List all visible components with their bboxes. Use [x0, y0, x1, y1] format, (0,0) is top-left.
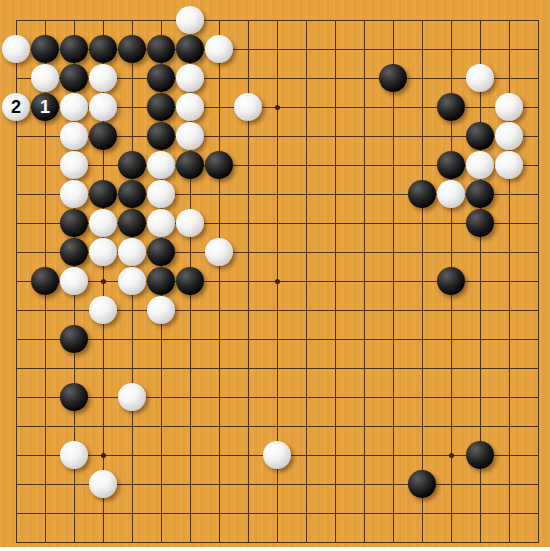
intersection[interactable] — [234, 64, 263, 93]
intersection[interactable] — [379, 180, 408, 209]
intersection[interactable] — [234, 267, 263, 296]
intersection[interactable] — [466, 441, 495, 470]
black-stone[interactable] — [31, 35, 59, 63]
intersection[interactable] — [350, 354, 379, 383]
intersection[interactable] — [263, 441, 292, 470]
intersection[interactable] — [205, 209, 234, 238]
black-stone[interactable] — [147, 238, 175, 266]
intersection[interactable] — [2, 470, 31, 499]
intersection[interactable] — [524, 383, 550, 412]
white-stone[interactable] — [60, 180, 88, 208]
intersection[interactable] — [31, 122, 60, 151]
intersection[interactable] — [205, 499, 234, 528]
intersection[interactable] — [2, 238, 31, 267]
intersection[interactable] — [89, 151, 118, 180]
intersection[interactable] — [31, 296, 60, 325]
intersection[interactable] — [2, 122, 31, 151]
intersection[interactable] — [292, 383, 321, 412]
intersection[interactable] — [2, 499, 31, 528]
black-stone[interactable] — [379, 64, 407, 92]
intersection[interactable] — [495, 122, 524, 151]
intersection[interactable] — [408, 180, 437, 209]
intersection[interactable] — [263, 180, 292, 209]
intersection[interactable] — [234, 499, 263, 528]
intersection[interactable] — [292, 470, 321, 499]
intersection[interactable] — [89, 180, 118, 209]
intersection[interactable] — [205, 325, 234, 354]
black-stone[interactable] — [466, 180, 494, 208]
white-stone[interactable] — [60, 122, 88, 150]
black-stone[interactable] — [466, 441, 494, 469]
black-stone[interactable] — [60, 64, 88, 92]
intersection[interactable] — [437, 528, 466, 548]
intersection[interactable] — [350, 470, 379, 499]
intersection[interactable] — [118, 412, 147, 441]
intersection[interactable] — [176, 180, 205, 209]
intersection[interactable] — [89, 412, 118, 441]
intersection[interactable] — [292, 354, 321, 383]
intersection[interactable] — [466, 528, 495, 548]
black-stone[interactable] — [118, 35, 146, 63]
intersection[interactable] — [379, 470, 408, 499]
intersection[interactable] — [118, 6, 147, 35]
intersection[interactable] — [495, 441, 524, 470]
white-stone[interactable] — [437, 180, 465, 208]
black-stone[interactable]: 1 — [31, 93, 59, 121]
intersection[interactable] — [466, 93, 495, 122]
intersection[interactable] — [147, 6, 176, 35]
intersection[interactable] — [408, 35, 437, 64]
intersection[interactable] — [234, 122, 263, 151]
intersection[interactable] — [89, 499, 118, 528]
intersection[interactable] — [2, 325, 31, 354]
intersection[interactable] — [205, 122, 234, 151]
intersection[interactable] — [321, 6, 350, 35]
intersection[interactable] — [524, 412, 550, 441]
intersection[interactable] — [437, 383, 466, 412]
intersection[interactable] — [263, 209, 292, 238]
black-stone[interactable] — [147, 35, 175, 63]
intersection[interactable] — [321, 267, 350, 296]
intersection[interactable] — [205, 470, 234, 499]
intersection[interactable] — [31, 267, 60, 296]
intersection[interactable] — [89, 64, 118, 93]
intersection[interactable] — [234, 35, 263, 64]
white-stone[interactable] — [118, 267, 146, 295]
intersection[interactable] — [379, 35, 408, 64]
intersection[interactable] — [2, 441, 31, 470]
intersection[interactable] — [263, 412, 292, 441]
intersection[interactable] — [31, 412, 60, 441]
intersection[interactable] — [234, 470, 263, 499]
intersection[interactable] — [408, 6, 437, 35]
white-stone[interactable] — [89, 64, 117, 92]
intersection[interactable] — [408, 499, 437, 528]
intersection[interactable]: 1 — [31, 93, 60, 122]
white-stone[interactable] — [495, 151, 523, 179]
intersection[interactable] — [60, 35, 89, 64]
black-stone[interactable] — [60, 35, 88, 63]
intersection[interactable] — [60, 383, 89, 412]
intersection[interactable] — [495, 35, 524, 64]
intersection[interactable] — [321, 499, 350, 528]
intersection[interactable] — [263, 93, 292, 122]
white-stone[interactable] — [495, 122, 523, 150]
intersection[interactable] — [147, 267, 176, 296]
intersection[interactable] — [60, 296, 89, 325]
intersection[interactable] — [495, 209, 524, 238]
black-stone[interactable] — [408, 180, 436, 208]
black-stone[interactable] — [147, 93, 175, 121]
intersection[interactable] — [292, 325, 321, 354]
intersection[interactable] — [205, 93, 234, 122]
intersection[interactable] — [176, 93, 205, 122]
intersection[interactable] — [321, 209, 350, 238]
white-stone[interactable] — [89, 209, 117, 237]
intersection[interactable] — [350, 180, 379, 209]
intersection[interactable] — [60, 470, 89, 499]
intersection[interactable] — [350, 267, 379, 296]
intersection[interactable] — [205, 35, 234, 64]
intersection[interactable] — [60, 209, 89, 238]
white-stone[interactable] — [31, 64, 59, 92]
intersection[interactable] — [89, 528, 118, 548]
intersection[interactable] — [350, 441, 379, 470]
intersection[interactable] — [408, 441, 437, 470]
intersection[interactable] — [466, 35, 495, 64]
black-stone[interactable] — [118, 209, 146, 237]
intersection[interactable] — [495, 354, 524, 383]
intersection[interactable] — [292, 6, 321, 35]
intersection[interactable] — [118, 238, 147, 267]
intersection[interactable] — [437, 238, 466, 267]
intersection[interactable] — [379, 296, 408, 325]
intersection[interactable] — [176, 354, 205, 383]
intersection[interactable] — [205, 528, 234, 548]
intersection[interactable] — [437, 35, 466, 64]
white-stone[interactable] — [205, 35, 233, 63]
intersection[interactable] — [524, 6, 550, 35]
intersection[interactable] — [60, 325, 89, 354]
intersection[interactable] — [118, 470, 147, 499]
intersection[interactable] — [495, 267, 524, 296]
intersection[interactable] — [60, 238, 89, 267]
intersection[interactable] — [524, 267, 550, 296]
intersection[interactable] — [2, 528, 31, 548]
intersection[interactable] — [379, 528, 408, 548]
intersection[interactable] — [147, 35, 176, 64]
intersection[interactable] — [437, 499, 466, 528]
intersection[interactable] — [466, 180, 495, 209]
intersection[interactable] — [466, 354, 495, 383]
intersection[interactable] — [524, 354, 550, 383]
intersection[interactable] — [321, 180, 350, 209]
intersection[interactable] — [437, 209, 466, 238]
intersection[interactable] — [321, 296, 350, 325]
intersection[interactable] — [292, 528, 321, 548]
intersection[interactable] — [89, 470, 118, 499]
intersection[interactable] — [205, 296, 234, 325]
intersection[interactable] — [379, 383, 408, 412]
intersection[interactable] — [350, 528, 379, 548]
white-stone[interactable] — [60, 267, 88, 295]
intersection[interactable] — [437, 151, 466, 180]
intersection[interactable] — [350, 6, 379, 35]
intersection[interactable] — [379, 122, 408, 151]
white-stone[interactable] — [466, 64, 494, 92]
intersection[interactable] — [89, 441, 118, 470]
intersection[interactable] — [292, 151, 321, 180]
black-stone[interactable] — [31, 267, 59, 295]
intersection[interactable] — [437, 122, 466, 151]
black-stone[interactable] — [147, 267, 175, 295]
intersection[interactable] — [31, 354, 60, 383]
intersection[interactable] — [379, 238, 408, 267]
intersection[interactable] — [234, 209, 263, 238]
intersection[interactable] — [263, 238, 292, 267]
intersection[interactable] — [31, 64, 60, 93]
intersection[interactable] — [321, 325, 350, 354]
intersection[interactable] — [89, 238, 118, 267]
intersection[interactable] — [466, 296, 495, 325]
white-stone[interactable] — [234, 93, 262, 121]
intersection[interactable] — [2, 151, 31, 180]
intersection[interactable] — [350, 151, 379, 180]
intersection[interactable] — [466, 267, 495, 296]
intersection[interactable] — [263, 383, 292, 412]
intersection[interactable] — [31, 180, 60, 209]
intersection[interactable] — [263, 35, 292, 64]
white-stone[interactable] — [176, 64, 204, 92]
intersection[interactable] — [292, 499, 321, 528]
intersection[interactable] — [31, 499, 60, 528]
intersection[interactable] — [437, 267, 466, 296]
intersection[interactable] — [524, 151, 550, 180]
intersection[interactable] — [495, 528, 524, 548]
intersection[interactable]: 2 — [2, 93, 31, 122]
intersection[interactable] — [321, 35, 350, 64]
black-stone[interactable] — [118, 151, 146, 179]
white-stone[interactable] — [176, 122, 204, 150]
intersection[interactable] — [524, 93, 550, 122]
intersection[interactable] — [234, 383, 263, 412]
intersection[interactable] — [176, 238, 205, 267]
intersection[interactable] — [118, 122, 147, 151]
intersection[interactable] — [495, 6, 524, 35]
black-stone[interactable] — [60, 325, 88, 353]
intersection[interactable] — [321, 151, 350, 180]
intersection[interactable] — [31, 383, 60, 412]
intersection[interactable] — [31, 6, 60, 35]
intersection[interactable] — [176, 412, 205, 441]
white-stone[interactable] — [147, 180, 175, 208]
intersection[interactable] — [292, 296, 321, 325]
intersection[interactable] — [118, 325, 147, 354]
intersection[interactable] — [118, 93, 147, 122]
white-stone[interactable] — [89, 296, 117, 324]
intersection[interactable] — [176, 64, 205, 93]
black-stone[interactable] — [176, 267, 204, 295]
intersection[interactable] — [408, 93, 437, 122]
intersection[interactable] — [495, 151, 524, 180]
intersection[interactable] — [118, 354, 147, 383]
intersection[interactable] — [379, 499, 408, 528]
intersection[interactable] — [350, 383, 379, 412]
intersection[interactable] — [118, 267, 147, 296]
intersection[interactable] — [379, 267, 408, 296]
intersection[interactable] — [437, 412, 466, 441]
intersection[interactable] — [176, 267, 205, 296]
intersection[interactable] — [350, 64, 379, 93]
intersection[interactable] — [466, 412, 495, 441]
intersection[interactable] — [408, 470, 437, 499]
intersection[interactable] — [292, 267, 321, 296]
intersection[interactable] — [350, 209, 379, 238]
intersection[interactable] — [60, 441, 89, 470]
intersection[interactable] — [437, 354, 466, 383]
intersection[interactable] — [89, 209, 118, 238]
intersection[interactable] — [147, 238, 176, 267]
white-stone[interactable] — [147, 151, 175, 179]
intersection[interactable] — [176, 470, 205, 499]
intersection[interactable] — [263, 267, 292, 296]
intersection[interactable] — [118, 151, 147, 180]
black-stone[interactable] — [408, 470, 436, 498]
black-stone[interactable] — [176, 151, 204, 179]
intersection[interactable] — [321, 64, 350, 93]
intersection[interactable] — [89, 354, 118, 383]
white-stone[interactable] — [205, 238, 233, 266]
intersection[interactable] — [408, 325, 437, 354]
intersection[interactable] — [321, 470, 350, 499]
intersection[interactable] — [31, 238, 60, 267]
intersection[interactable] — [60, 528, 89, 548]
intersection[interactable] — [379, 64, 408, 93]
intersection[interactable] — [205, 354, 234, 383]
intersection[interactable] — [408, 238, 437, 267]
intersection[interactable] — [118, 528, 147, 548]
white-stone[interactable] — [60, 93, 88, 121]
white-stone[interactable] — [118, 383, 146, 411]
intersection[interactable] — [234, 238, 263, 267]
intersection[interactable] — [176, 151, 205, 180]
intersection[interactable] — [176, 35, 205, 64]
intersection[interactable] — [89, 267, 118, 296]
black-stone[interactable] — [89, 35, 117, 63]
black-stone[interactable] — [89, 180, 117, 208]
intersection[interactable] — [234, 151, 263, 180]
intersection[interactable] — [2, 35, 31, 64]
white-stone[interactable] — [89, 470, 117, 498]
intersection[interactable] — [147, 325, 176, 354]
intersection[interactable] — [118, 441, 147, 470]
intersection[interactable] — [524, 180, 550, 209]
intersection[interactable] — [495, 93, 524, 122]
intersection[interactable] — [205, 180, 234, 209]
intersection[interactable] — [234, 354, 263, 383]
intersection[interactable] — [2, 296, 31, 325]
black-stone[interactable] — [147, 64, 175, 92]
intersection[interactable] — [2, 412, 31, 441]
intersection[interactable] — [408, 267, 437, 296]
black-stone[interactable] — [60, 383, 88, 411]
intersection[interactable] — [495, 470, 524, 499]
black-stone[interactable] — [89, 122, 117, 150]
white-stone[interactable] — [89, 238, 117, 266]
intersection[interactable] — [408, 296, 437, 325]
intersection[interactable] — [408, 122, 437, 151]
intersection[interactable] — [408, 64, 437, 93]
white-stone[interactable] — [263, 441, 291, 469]
intersection[interactable] — [234, 325, 263, 354]
intersection[interactable] — [350, 412, 379, 441]
intersection[interactable] — [495, 412, 524, 441]
intersection[interactable] — [263, 354, 292, 383]
white-stone[interactable]: 2 — [2, 93, 30, 121]
intersection[interactable] — [176, 6, 205, 35]
black-stone[interactable] — [60, 238, 88, 266]
intersection[interactable] — [437, 6, 466, 35]
intersection[interactable] — [292, 35, 321, 64]
intersection[interactable] — [31, 528, 60, 548]
intersection[interactable] — [60, 180, 89, 209]
intersection[interactable] — [147, 122, 176, 151]
intersection[interactable] — [147, 296, 176, 325]
intersection[interactable] — [31, 470, 60, 499]
intersection[interactable] — [466, 325, 495, 354]
intersection[interactable] — [2, 64, 31, 93]
intersection[interactable] — [118, 35, 147, 64]
intersection[interactable] — [234, 93, 263, 122]
intersection[interactable] — [118, 209, 147, 238]
intersection[interactable] — [263, 296, 292, 325]
intersection[interactable] — [89, 122, 118, 151]
intersection[interactable] — [31, 35, 60, 64]
intersection[interactable] — [205, 6, 234, 35]
intersection[interactable] — [379, 325, 408, 354]
intersection[interactable] — [379, 209, 408, 238]
intersection[interactable] — [292, 93, 321, 122]
intersection[interactable] — [408, 528, 437, 548]
intersection[interactable] — [147, 209, 176, 238]
intersection[interactable] — [263, 151, 292, 180]
intersection[interactable] — [31, 209, 60, 238]
intersection[interactable] — [118, 499, 147, 528]
intersection[interactable] — [379, 412, 408, 441]
intersection[interactable] — [466, 470, 495, 499]
intersection[interactable] — [118, 383, 147, 412]
intersection[interactable] — [2, 209, 31, 238]
intersection[interactable] — [350, 35, 379, 64]
intersection[interactable] — [234, 180, 263, 209]
intersection[interactable] — [524, 441, 550, 470]
intersection[interactable] — [292, 122, 321, 151]
intersection[interactable] — [263, 470, 292, 499]
intersection[interactable] — [263, 6, 292, 35]
intersection[interactable] — [60, 93, 89, 122]
intersection[interactable] — [205, 238, 234, 267]
intersection[interactable] — [466, 64, 495, 93]
intersection[interactable] — [524, 122, 550, 151]
intersection[interactable] — [2, 180, 31, 209]
intersection[interactable] — [60, 122, 89, 151]
intersection[interactable] — [118, 296, 147, 325]
intersection[interactable] — [408, 209, 437, 238]
intersection[interactable] — [321, 122, 350, 151]
intersection[interactable] — [60, 412, 89, 441]
intersection[interactable] — [2, 6, 31, 35]
intersection[interactable] — [524, 470, 550, 499]
